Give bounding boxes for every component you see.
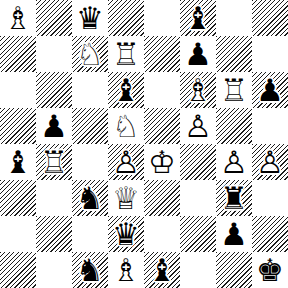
black-rook-icon[interactable]: ♜♜ <box>216 180 252 216</box>
white-knight-icon[interactable]: ♞♘ <box>72 36 108 72</box>
square-b1[interactable] <box>36 252 72 288</box>
piece-glyph: ♝ <box>4 144 32 180</box>
piece-glyph: ♝ <box>112 72 140 108</box>
square-e2[interactable] <box>144 216 180 252</box>
square-a5[interactable] <box>0 108 36 144</box>
square-g7[interactable] <box>216 36 252 72</box>
square-e4[interactable]: ♚♔ <box>144 144 180 180</box>
square-d5[interactable]: ♞♘ <box>108 108 144 144</box>
piece-glyph: ♟ <box>40 108 68 144</box>
black-pawn-icon[interactable]: ♟♟ <box>216 216 252 252</box>
square-f6[interactable]: ♝♗ <box>180 72 216 108</box>
white-pawn-icon[interactable]: ♟♙ <box>180 108 216 144</box>
white-rook-icon[interactable]: ♜♖ <box>216 72 252 108</box>
piece-glyph: ♗ <box>4 0 32 36</box>
black-bishop-icon[interactable]: ♝♝ <box>108 72 144 108</box>
chess-board: ♝♗♛♛♝♝♞♘♜♖♟♟♝♝♝♗♜♖♟♟♟♟♞♘♟♙♝♝♜♖♟♙♚♔♟♙♟♙♞♞… <box>0 0 288 288</box>
white-pawn-icon[interactable]: ♟♙ <box>216 144 252 180</box>
black-pawn-icon[interactable]: ♟♟ <box>180 36 216 72</box>
square-b3[interactable] <box>36 180 72 216</box>
square-d4[interactable]: ♟♙ <box>108 144 144 180</box>
piece-glyph: ♟ <box>184 36 212 72</box>
white-knight-icon[interactable]: ♞♘ <box>108 108 144 144</box>
square-a3[interactable] <box>0 180 36 216</box>
white-king-icon[interactable]: ♚♔ <box>144 144 180 180</box>
piece-glyph: ♙ <box>256 144 284 180</box>
piece-glyph: ♗ <box>112 252 140 288</box>
square-a2[interactable] <box>0 216 36 252</box>
square-f2[interactable] <box>180 216 216 252</box>
white-bishop-icon[interactable]: ♝♗ <box>180 72 216 108</box>
square-c1[interactable]: ♞♞ <box>72 252 108 288</box>
piece-glyph: ♙ <box>184 108 212 144</box>
square-b5[interactable]: ♟♟ <box>36 108 72 144</box>
square-d1[interactable]: ♝♗ <box>108 252 144 288</box>
square-a1[interactable] <box>0 252 36 288</box>
piece-glyph: ♟ <box>256 72 284 108</box>
square-c2[interactable] <box>72 216 108 252</box>
square-h5[interactable] <box>252 108 288 144</box>
square-f8[interactable]: ♝♝ <box>180 0 216 36</box>
square-d3[interactable]: ♛♕ <box>108 180 144 216</box>
piece-glyph: ♕ <box>112 180 140 216</box>
black-king-icon[interactable]: ♚♚ <box>252 252 288 288</box>
square-g6[interactable]: ♜♖ <box>216 72 252 108</box>
square-d7[interactable]: ♜♖ <box>108 36 144 72</box>
piece-glyph: ♝ <box>148 252 176 288</box>
black-queen-icon[interactable]: ♛♛ <box>108 216 144 252</box>
square-f4[interactable] <box>180 144 216 180</box>
piece-glyph: ♙ <box>220 144 248 180</box>
square-h2[interactable] <box>252 216 288 252</box>
square-b6[interactable] <box>36 72 72 108</box>
black-knight-icon[interactable]: ♞♞ <box>72 180 108 216</box>
black-pawn-icon[interactable]: ♟♟ <box>36 108 72 144</box>
square-g3[interactable]: ♜♜ <box>216 180 252 216</box>
white-rook-icon[interactable]: ♜♖ <box>108 36 144 72</box>
square-h6[interactable]: ♟♟ <box>252 72 288 108</box>
square-h1[interactable]: ♚♚ <box>252 252 288 288</box>
square-g2[interactable]: ♟♟ <box>216 216 252 252</box>
square-c3[interactable]: ♞♞ <box>72 180 108 216</box>
square-a7[interactable] <box>0 36 36 72</box>
square-e6[interactable] <box>144 72 180 108</box>
square-f7[interactable]: ♟♟ <box>180 36 216 72</box>
white-queen-icon[interactable]: ♛♕ <box>108 180 144 216</box>
square-g4[interactable]: ♟♙ <box>216 144 252 180</box>
square-h3[interactable] <box>252 180 288 216</box>
black-bishop-icon[interactable]: ♝♝ <box>0 144 36 180</box>
square-b7[interactable] <box>36 36 72 72</box>
square-h7[interactable] <box>252 36 288 72</box>
square-a8[interactable]: ♝♗ <box>0 0 36 36</box>
white-pawn-icon[interactable]: ♟♙ <box>108 144 144 180</box>
piece-glyph: ♚ <box>256 252 284 288</box>
square-d8[interactable] <box>108 0 144 36</box>
piece-glyph: ♛ <box>112 216 140 252</box>
piece-glyph: ♛ <box>76 0 104 36</box>
square-e7[interactable] <box>144 36 180 72</box>
square-b2[interactable] <box>36 216 72 252</box>
square-c4[interactable] <box>72 144 108 180</box>
black-knight-icon[interactable]: ♞♞ <box>72 252 108 288</box>
square-e5[interactable] <box>144 108 180 144</box>
white-pawn-icon[interactable]: ♟♙ <box>252 144 288 180</box>
piece-glyph: ♜ <box>220 180 248 216</box>
black-pawn-icon[interactable]: ♟♟ <box>252 72 288 108</box>
white-bishop-icon[interactable]: ♝♗ <box>0 0 36 36</box>
piece-glyph: ♘ <box>76 36 104 72</box>
piece-glyph: ♘ <box>112 108 140 144</box>
square-h8[interactable] <box>252 0 288 36</box>
piece-glyph: ♗ <box>184 72 212 108</box>
piece-glyph: ♙ <box>112 144 140 180</box>
piece-glyph: ♝ <box>184 0 212 36</box>
white-bishop-icon[interactable]: ♝♗ <box>108 252 144 288</box>
black-bishop-icon[interactable]: ♝♝ <box>144 252 180 288</box>
square-c7[interactable]: ♞♘ <box>72 36 108 72</box>
square-a6[interactable] <box>0 72 36 108</box>
piece-glyph: ♔ <box>148 144 176 180</box>
white-rook-icon[interactable]: ♜♖ <box>36 144 72 180</box>
square-g5[interactable] <box>216 108 252 144</box>
square-f1[interactable] <box>180 252 216 288</box>
black-queen-icon[interactable]: ♛♛ <box>72 0 108 36</box>
square-c8[interactable]: ♛♛ <box>72 0 108 36</box>
square-g1[interactable] <box>216 252 252 288</box>
square-e1[interactable]: ♝♝ <box>144 252 180 288</box>
square-d2[interactable]: ♛♛ <box>108 216 144 252</box>
square-e8[interactable] <box>144 0 180 36</box>
piece-glyph: ♞ <box>76 180 104 216</box>
square-h4[interactable]: ♟♙ <box>252 144 288 180</box>
piece-glyph: ♟ <box>220 216 248 252</box>
square-c5[interactable] <box>72 108 108 144</box>
piece-glyph: ♖ <box>220 72 248 108</box>
square-b4[interactable]: ♜♖ <box>36 144 72 180</box>
piece-glyph: ♖ <box>112 36 140 72</box>
black-bishop-icon[interactable]: ♝♝ <box>180 0 216 36</box>
piece-glyph: ♖ <box>40 144 68 180</box>
square-f3[interactable] <box>180 180 216 216</box>
square-a4[interactable]: ♝♝ <box>0 144 36 180</box>
square-g8[interactable] <box>216 0 252 36</box>
piece-glyph: ♞ <box>76 252 104 288</box>
square-b8[interactable] <box>36 0 72 36</box>
square-f5[interactable]: ♟♙ <box>180 108 216 144</box>
square-e3[interactable] <box>144 180 180 216</box>
square-d6[interactable]: ♝♝ <box>108 72 144 108</box>
square-c6[interactable] <box>72 72 108 108</box>
